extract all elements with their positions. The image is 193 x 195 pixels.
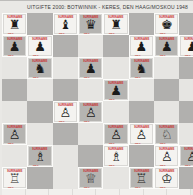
black-bishop-icon: ♝ (55, 18, 76, 31)
white-bishop-icon: ♗ (29, 150, 50, 163)
white-pawn-icon: ♙ (131, 128, 152, 141)
square-c8: SURINAME♝110 c (53, 13, 78, 35)
sheet-title: UITGIFTE 2000: BOTWINNIK - KERES, DEN HA… (0, 1, 193, 13)
square-a5 (2, 79, 27, 101)
square-a1: SURINAME♖110 c (2, 167, 27, 189)
square-f1: SURINAME♖110 c (129, 167, 154, 189)
stamp-h2: SURINAME♙110 c (180, 146, 193, 166)
stamp-country-label: SURINAME (134, 60, 149, 63)
stamp-country-label: SURINAME (159, 38, 174, 41)
square-e6 (103, 57, 128, 79)
square-f3: SURINAME♙110 c (129, 123, 154, 145)
square-b8 (27, 13, 52, 35)
white-rook-icon: ♖ (131, 172, 152, 185)
white-knight-icon: ♘ (156, 128, 177, 141)
square-d1: SURINAME♕110 c (78, 167, 103, 189)
black-knight-icon: ♞ (131, 62, 152, 75)
square-d4: SURINAME♙110 c (78, 101, 103, 123)
stamp-country-label: SURINAME (159, 126, 174, 129)
white-king-icon: ♔ (156, 172, 177, 185)
stamp-h7: SURINAME♟110 c (180, 36, 193, 56)
square-f5 (129, 79, 154, 101)
black-pawn-icon: ♟ (105, 84, 126, 97)
square-c3 (53, 123, 78, 145)
stamp-f7: SURINAME♟110 c (130, 36, 153, 56)
square-h8 (179, 13, 193, 35)
square-a7: SURINAME♟110 c (2, 35, 27, 57)
square-h5 (179, 79, 193, 101)
black-pawn-icon: ♟ (4, 40, 25, 53)
stamp-country-label: SURINAME (159, 16, 174, 19)
chess-board: SURINAME♜110 cSURINAME♝110 cSURINAME♛110… (2, 13, 191, 189)
stamp-country-label: SURINAME (108, 16, 123, 19)
square-a8: SURINAME♜110 c (2, 13, 27, 35)
stamp-c8: SURINAME♝110 c (54, 14, 77, 34)
white-pawn-icon: ♙ (80, 106, 101, 119)
square-e4 (103, 101, 128, 123)
square-d2 (78, 145, 103, 167)
white-pawn-icon: ♙ (181, 150, 193, 163)
square-c4: SURINAME♙110 c (53, 101, 78, 123)
stamp-b6: SURINAME♞110 c (28, 58, 51, 78)
square-f8 (129, 13, 154, 35)
stamp-country-label: SURINAME (83, 60, 98, 63)
stamp-sheet: UITGIFTE 2000: BOTWINNIK - KERES, DEN HA… (0, 0, 193, 195)
square-h4 (179, 101, 193, 123)
square-c6 (53, 57, 78, 79)
stamp-country-label: SURINAME (108, 148, 123, 151)
square-e2: SURINAME♗110 c (103, 145, 128, 167)
stamp-g1: SURINAME♔110 c (155, 168, 178, 188)
stamp-country-label: SURINAME (108, 126, 123, 129)
stamp-country-label: SURINAME (7, 126, 22, 129)
stamp-country-label: SURINAME (7, 16, 22, 19)
stamp-country-label: SURINAME (108, 82, 123, 85)
white-queen-icon: ♕ (80, 172, 101, 185)
white-bishop-icon: ♗ (105, 150, 126, 163)
square-e8: SURINAME♜110 c (103, 13, 128, 35)
square-c5 (53, 79, 78, 101)
stamp-e2: SURINAME♗110 c (104, 146, 127, 166)
black-queen-icon: ♛ (80, 18, 101, 31)
square-g5 (154, 79, 179, 101)
black-pawn-icon: ♟ (80, 62, 101, 75)
stamp-denomination: 110 c (83, 186, 96, 188)
stamp-f6: SURINAME♞110 c (130, 58, 153, 78)
white-pawn-icon: ♙ (4, 128, 25, 141)
sheet-bottom-margin (2, 189, 191, 195)
square-b3 (27, 123, 52, 145)
stamp-c4: SURINAME♙110 c (54, 102, 77, 122)
stamp-country-label: SURINAME (83, 170, 98, 173)
square-f2 (129, 145, 154, 167)
square-d3 (78, 123, 103, 145)
stamp-g7: SURINAME♟110 c (155, 36, 178, 56)
square-f7: SURINAME♟110 c (129, 35, 154, 57)
black-pawn-icon: ♟ (131, 40, 152, 53)
black-pawn-icon: ♟ (181, 40, 193, 53)
stamp-a3: SURINAME♙110 c (3, 124, 26, 144)
stamp-a1: SURINAME♖110 c (3, 168, 26, 188)
square-d5 (78, 79, 103, 101)
square-a6 (2, 57, 27, 79)
square-b7: SURINAME♟110 c (27, 35, 52, 57)
stamp-a7: SURINAME♟110 c (3, 36, 26, 56)
square-g6 (154, 57, 179, 79)
square-a2 (2, 145, 27, 167)
stamp-f3: SURINAME♙110 c (130, 124, 153, 144)
square-d8: SURINAME♛110 c (78, 13, 103, 35)
square-h7: SURINAME♟110 c (179, 35, 193, 57)
stamp-denomination: 110 c (159, 186, 172, 188)
stamp-country-label: SURINAME (83, 104, 98, 107)
square-f4 (129, 101, 154, 123)
white-pawn-icon: ♙ (55, 106, 76, 119)
stamp-denomination: 110 c (7, 186, 20, 188)
stamp-country-label: SURINAME (159, 170, 174, 173)
square-d7 (78, 35, 103, 57)
stamp-d8: SURINAME♛110 c (79, 14, 102, 34)
square-b1 (27, 167, 52, 189)
square-h1 (179, 167, 193, 189)
stamp-country-label: SURINAME (7, 170, 22, 173)
black-king-icon: ♚ (156, 18, 177, 31)
square-h3 (179, 123, 193, 145)
square-b6: SURINAME♞110 c (27, 57, 52, 79)
square-g1: SURINAME♔110 c (154, 167, 179, 189)
stamp-g3: SURINAME♘110 c (155, 124, 178, 144)
square-c1 (53, 167, 78, 189)
square-h6 (179, 57, 193, 79)
stamp-g2: SURINAME♙110 c (155, 146, 178, 166)
black-pawn-icon: ♟ (29, 40, 50, 53)
square-c7 (53, 35, 78, 57)
stamp-country-label: SURINAME (134, 38, 149, 41)
square-g2: SURINAME♙110 c (154, 145, 179, 167)
black-rook-icon: ♜ (4, 18, 25, 31)
stamp-b7: SURINAME♟110 c (28, 36, 51, 56)
white-pawn-icon: ♙ (105, 128, 126, 141)
square-b5 (27, 79, 52, 101)
square-c2 (53, 145, 78, 167)
white-pawn-icon: ♙ (156, 150, 177, 163)
black-pawn-icon: ♟ (156, 40, 177, 53)
square-h2: SURINAME♙110 c (179, 145, 193, 167)
square-f6: SURINAME♞110 c (129, 57, 154, 79)
stamp-country-label: SURINAME (58, 16, 73, 19)
stamp-country-label: SURINAME (184, 38, 193, 41)
square-d6: SURINAME♟110 c (78, 57, 103, 79)
square-b4 (27, 101, 52, 123)
stamp-f1: SURINAME♖110 c (130, 168, 153, 188)
stamp-e3: SURINAME♙110 c (104, 124, 127, 144)
stamp-country-label: SURINAME (184, 148, 193, 151)
black-rook-icon: ♜ (105, 18, 126, 31)
square-g4 (154, 101, 179, 123)
black-knight-icon: ♞ (29, 62, 50, 75)
stamp-d6: SURINAME♟110 c (79, 58, 102, 78)
stamp-country-label: SURINAME (7, 38, 22, 41)
stamp-g8: SURINAME♚110 c (155, 14, 178, 34)
stamp-country-label: SURINAME (32, 38, 47, 41)
stamp-country-label: SURINAME (159, 148, 174, 151)
square-g3: SURINAME♘110 c (154, 123, 179, 145)
square-b2: SURINAME♗110 c (27, 145, 52, 167)
stamp-e8: SURINAME♜110 c (104, 14, 127, 34)
stamp-d4: SURINAME♙110 c (79, 102, 102, 122)
square-g8: SURINAME♚110 c (154, 13, 179, 35)
stamp-country-label: SURINAME (83, 16, 98, 19)
white-rook-icon: ♖ (4, 172, 25, 185)
square-a3: SURINAME♙110 c (2, 123, 27, 145)
square-e5: SURINAME♟110 c (103, 79, 128, 101)
stamp-country-label: SURINAME (134, 170, 149, 173)
stamp-b2: SURINAME♗110 c (28, 146, 51, 166)
square-e1 (103, 167, 128, 189)
stamp-a8: SURINAME♜110 c (3, 14, 26, 34)
stamp-d1: SURINAME♕110 c (79, 168, 102, 188)
stamp-country-label: SURINAME (32, 148, 47, 151)
stamp-denomination: 110 c (133, 186, 146, 188)
stamp-country-label: SURINAME (134, 126, 149, 129)
stamp-country-label: SURINAME (32, 60, 47, 63)
square-e3: SURINAME♙110 c (103, 123, 128, 145)
stamp-country-label: SURINAME (58, 104, 73, 107)
square-g7: SURINAME♟110 c (154, 35, 179, 57)
stamp-e5: SURINAME♟110 c (104, 80, 127, 100)
square-a4 (2, 101, 27, 123)
square-e7 (103, 35, 128, 57)
